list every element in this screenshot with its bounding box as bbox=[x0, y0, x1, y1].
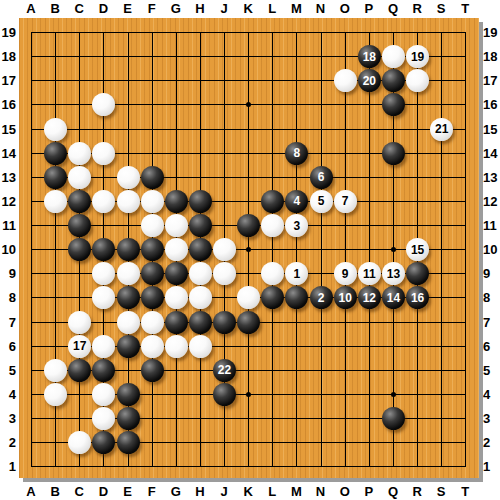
white-stone[interactable] bbox=[44, 118, 67, 141]
column-label: H bbox=[188, 484, 212, 499]
white-stone[interactable] bbox=[117, 190, 140, 213]
white-stone[interactable] bbox=[165, 335, 188, 358]
row-label: 14 bbox=[483, 146, 499, 161]
row-label: 11 bbox=[483, 218, 499, 233]
black-stone[interactable]: 2 bbox=[310, 286, 333, 309]
black-stone[interactable] bbox=[68, 359, 91, 382]
column-label: R bbox=[405, 1, 429, 16]
white-stone[interactable] bbox=[189, 286, 212, 309]
column-label: K bbox=[236, 1, 260, 16]
white-stone[interactable] bbox=[261, 262, 284, 285]
white-stone[interactable] bbox=[165, 214, 188, 237]
white-stone[interactable] bbox=[44, 383, 67, 406]
row-label: 5 bbox=[483, 363, 499, 378]
white-stone[interactable] bbox=[141, 311, 164, 334]
black-stone[interactable] bbox=[117, 286, 140, 309]
column-label: H bbox=[188, 1, 212, 16]
black-stone[interactable] bbox=[406, 262, 429, 285]
row-label: 17 bbox=[483, 73, 499, 88]
column-label: B bbox=[43, 1, 67, 16]
black-stone[interactable] bbox=[189, 214, 212, 237]
black-stone[interactable] bbox=[189, 238, 212, 261]
white-stone[interactable]: 9 bbox=[334, 262, 357, 285]
column-label: M bbox=[284, 1, 308, 16]
black-stone[interactable] bbox=[213, 383, 236, 406]
white-stone[interactable] bbox=[141, 190, 164, 213]
black-stone[interactable] bbox=[189, 311, 212, 334]
column-label: T bbox=[453, 484, 477, 499]
black-stone[interactable] bbox=[261, 190, 284, 213]
grid-line bbox=[345, 32, 346, 467]
star-point bbox=[391, 392, 396, 397]
black-stone[interactable] bbox=[117, 407, 140, 430]
column-label: J bbox=[212, 1, 236, 16]
white-stone[interactable] bbox=[92, 262, 115, 285]
white-stone[interactable]: 21 bbox=[430, 118, 453, 141]
column-label: E bbox=[116, 1, 140, 16]
black-stone[interactable] bbox=[92, 359, 115, 382]
column-label: P bbox=[357, 484, 381, 499]
white-stone[interactable] bbox=[44, 359, 67, 382]
star-point bbox=[246, 392, 251, 397]
grid-line bbox=[321, 32, 322, 467]
black-stone[interactable] bbox=[285, 286, 308, 309]
black-stone[interactable] bbox=[117, 335, 140, 358]
white-stone[interactable]: 17 bbox=[68, 335, 91, 358]
black-stone[interactable]: 12 bbox=[358, 286, 381, 309]
row-label: 13 bbox=[0, 170, 16, 185]
row-label: 4 bbox=[0, 387, 16, 402]
row-label: 5 bbox=[0, 363, 16, 378]
column-label: P bbox=[357, 1, 381, 16]
black-stone[interactable] bbox=[44, 142, 67, 165]
white-stone[interactable] bbox=[406, 69, 429, 92]
black-stone[interactable] bbox=[382, 142, 405, 165]
black-stone[interactable] bbox=[68, 214, 91, 237]
black-stone[interactable] bbox=[237, 214, 260, 237]
black-stone[interactable] bbox=[117, 383, 140, 406]
black-stone[interactable] bbox=[141, 238, 164, 261]
white-stone[interactable] bbox=[92, 286, 115, 309]
column-label: A bbox=[19, 1, 43, 16]
white-stone[interactable] bbox=[117, 311, 140, 334]
star-point bbox=[246, 102, 251, 107]
black-stone[interactable] bbox=[165, 190, 188, 213]
column-label: C bbox=[67, 1, 91, 16]
column-label: M bbox=[284, 484, 308, 499]
white-stone[interactable]: 5 bbox=[310, 190, 333, 213]
white-stone[interactable] bbox=[189, 262, 212, 285]
row-label: 7 bbox=[483, 315, 499, 330]
black-stone[interactable] bbox=[92, 431, 115, 454]
row-label: 6 bbox=[483, 339, 499, 354]
row-label: 16 bbox=[483, 97, 499, 112]
column-label: R bbox=[405, 484, 429, 499]
row-label: 8 bbox=[483, 290, 499, 305]
column-label: L bbox=[260, 484, 284, 499]
goban[interactable]: 18192021864573151911132101214161722 bbox=[19, 18, 479, 478]
white-stone[interactable] bbox=[213, 238, 236, 261]
black-stone[interactable] bbox=[141, 286, 164, 309]
white-stone[interactable]: 19 bbox=[406, 45, 429, 68]
white-stone[interactable] bbox=[92, 93, 115, 116]
star-point bbox=[391, 247, 396, 252]
white-stone[interactable] bbox=[117, 262, 140, 285]
black-stone[interactable]: 4 bbox=[285, 190, 308, 213]
row-label: 12 bbox=[483, 194, 499, 209]
black-stone[interactable] bbox=[237, 311, 260, 334]
white-stone[interactable] bbox=[68, 166, 91, 189]
row-label: 15 bbox=[0, 122, 16, 137]
black-stone[interactable] bbox=[68, 238, 91, 261]
column-label: O bbox=[333, 1, 357, 16]
column-label: D bbox=[91, 484, 115, 499]
column-label: B bbox=[43, 484, 67, 499]
grid-line bbox=[465, 32, 466, 467]
black-stone[interactable]: 14 bbox=[382, 286, 405, 309]
row-label: 15 bbox=[483, 122, 499, 137]
white-stone[interactable] bbox=[165, 238, 188, 261]
white-stone[interactable] bbox=[382, 45, 405, 68]
column-label: A bbox=[19, 484, 43, 499]
row-label: 16 bbox=[0, 97, 16, 112]
row-label: 1 bbox=[0, 459, 16, 474]
row-label: 7 bbox=[0, 315, 16, 330]
black-stone[interactable] bbox=[382, 93, 405, 116]
column-label: K bbox=[236, 484, 260, 499]
column-label: J bbox=[212, 484, 236, 499]
white-stone[interactable] bbox=[68, 431, 91, 454]
black-stone[interactable]: 22 bbox=[213, 359, 236, 382]
black-stone[interactable] bbox=[261, 286, 284, 309]
column-label: S bbox=[429, 1, 453, 16]
grid-line bbox=[296, 32, 297, 467]
row-label: 14 bbox=[0, 146, 16, 161]
white-stone[interactable]: 7 bbox=[334, 190, 357, 213]
black-stone[interactable] bbox=[189, 190, 212, 213]
white-stone[interactable] bbox=[213, 262, 236, 285]
black-stone[interactable] bbox=[382, 69, 405, 92]
black-stone[interactable] bbox=[68, 190, 91, 213]
row-label: 11 bbox=[0, 218, 16, 233]
row-label: 6 bbox=[0, 339, 16, 354]
row-label: 19 bbox=[483, 25, 499, 40]
black-stone[interactable] bbox=[141, 262, 164, 285]
column-label: G bbox=[164, 484, 188, 499]
column-label: S bbox=[429, 484, 453, 499]
grid-line bbox=[441, 32, 442, 467]
column-label: N bbox=[309, 484, 333, 499]
white-stone[interactable] bbox=[141, 214, 164, 237]
column-label: L bbox=[260, 1, 284, 16]
row-label: 18 bbox=[0, 49, 16, 64]
row-label: 19 bbox=[0, 25, 16, 40]
column-label: D bbox=[91, 1, 115, 16]
white-stone[interactable] bbox=[237, 286, 260, 309]
black-stone[interactable] bbox=[117, 238, 140, 261]
row-label: 9 bbox=[0, 266, 16, 281]
grid-line bbox=[369, 32, 370, 467]
white-stone[interactable] bbox=[189, 335, 212, 358]
row-label: 3 bbox=[0, 411, 16, 426]
grid-line bbox=[272, 32, 273, 467]
column-label: N bbox=[309, 1, 333, 16]
white-stone[interactable]: 13 bbox=[382, 262, 405, 285]
row-label: 1 bbox=[483, 459, 499, 474]
row-label: 8 bbox=[0, 290, 16, 305]
column-label: T bbox=[453, 1, 477, 16]
go-diagram: ABCDEFGHJKLMNOPQRST ABCDEFGHJKLMNOPQRST … bbox=[0, 0, 500, 500]
white-stone[interactable] bbox=[92, 407, 115, 430]
row-label: 4 bbox=[483, 387, 499, 402]
column-label: O bbox=[333, 484, 357, 499]
column-label: Q bbox=[381, 484, 405, 499]
white-stone[interactable]: 11 bbox=[358, 262, 381, 285]
white-stone[interactable]: 15 bbox=[406, 238, 429, 261]
column-label: E bbox=[116, 484, 140, 499]
white-stone[interactable] bbox=[92, 190, 115, 213]
black-stone[interactable] bbox=[44, 166, 67, 189]
white-stone[interactable] bbox=[261, 214, 284, 237]
white-stone[interactable] bbox=[68, 311, 91, 334]
black-stone[interactable] bbox=[213, 311, 236, 334]
black-stone[interactable]: 16 bbox=[406, 286, 429, 309]
column-label: F bbox=[140, 484, 164, 499]
black-stone[interactable] bbox=[141, 166, 164, 189]
star-point bbox=[246, 247, 251, 252]
white-stone[interactable]: 3 bbox=[285, 214, 308, 237]
column-label: G bbox=[164, 1, 188, 16]
black-stone[interactable] bbox=[141, 359, 164, 382]
black-stone[interactable] bbox=[117, 431, 140, 454]
column-label: Q bbox=[381, 1, 405, 16]
white-stone[interactable] bbox=[141, 335, 164, 358]
row-label: 10 bbox=[483, 242, 499, 257]
black-stone[interactable] bbox=[165, 262, 188, 285]
grid-line bbox=[31, 466, 466, 467]
row-label: 13 bbox=[483, 170, 499, 185]
column-label: C bbox=[67, 484, 91, 499]
black-stone[interactable]: 10 bbox=[334, 286, 357, 309]
black-stone[interactable]: 18 bbox=[358, 45, 381, 68]
black-stone[interactable]: 20 bbox=[358, 69, 381, 92]
white-stone[interactable] bbox=[165, 286, 188, 309]
white-stone[interactable] bbox=[92, 335, 115, 358]
row-label: 10 bbox=[0, 242, 16, 257]
column-label: F bbox=[140, 1, 164, 16]
row-label: 9 bbox=[483, 266, 499, 281]
black-stone[interactable]: 6 bbox=[310, 166, 333, 189]
black-stone[interactable] bbox=[92, 238, 115, 261]
white-stone[interactable] bbox=[92, 383, 115, 406]
white-stone[interactable] bbox=[92, 142, 115, 165]
white-stone[interactable]: 1 bbox=[285, 262, 308, 285]
row-label: 3 bbox=[483, 411, 499, 426]
white-stone[interactable] bbox=[68, 142, 91, 165]
row-label: 18 bbox=[483, 49, 499, 64]
white-stone[interactable] bbox=[117, 166, 140, 189]
black-stone[interactable]: 8 bbox=[285, 142, 308, 165]
white-stone[interactable] bbox=[44, 190, 67, 213]
row-label: 2 bbox=[0, 435, 16, 450]
row-label: 2 bbox=[483, 435, 499, 450]
row-label: 12 bbox=[0, 194, 16, 209]
black-stone[interactable] bbox=[165, 311, 188, 334]
white-stone[interactable] bbox=[334, 69, 357, 92]
row-label: 17 bbox=[0, 73, 16, 88]
black-stone[interactable] bbox=[382, 407, 405, 430]
